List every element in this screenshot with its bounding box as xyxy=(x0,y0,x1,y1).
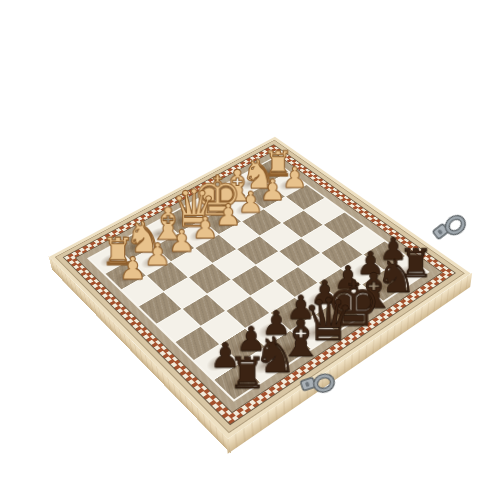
latch-clasp-icon xyxy=(428,207,471,248)
decorative-inlay-border: ♜♞♝♛♚♝♞♜♟♟♟♟♟♟♟♟♟♟♟♟♟♟♟♟♜♞♝♛♚♝♞♜ xyxy=(64,145,455,424)
board-scene: ♜♞♝♛♚♝♞♜♟♟♟♟♟♟♟♟♟♟♟♟♟♟♟♟♜♞♝♛♚♝♞♜ xyxy=(0,0,500,500)
white-pawn[interactable]: ♟ xyxy=(168,226,195,256)
white-pawn[interactable]: ♟ xyxy=(119,253,147,284)
white-pawn[interactable]: ♟ xyxy=(144,239,172,270)
frame-inner-band: ♜♞♝♛♚♝♞♜♟♟♟♟♟♟♟♟♟♟♟♟♟♟♟♟♜♞♝♛♚♝♞♜ xyxy=(76,152,441,412)
metal-latch-upper xyxy=(428,207,471,248)
chessboard-grid: ♜♞♝♛♚♝♞♜♟♟♟♟♟♟♟♟♟♟♟♟♟♟♟♟♜♞♝♛♚♝♞♜ xyxy=(90,160,427,399)
white-pawn[interactable]: ♟ xyxy=(260,176,286,205)
white-pawn[interactable]: ♟ xyxy=(192,213,219,243)
black-rook[interactable]: ♜ xyxy=(228,352,266,395)
field-border: ♜♞♝♛♚♝♞♜♟♟♟♟♟♟♟♟♟♟♟♟♟♟♟♟♜♞♝♛♚♝♞♜ xyxy=(87,158,430,402)
board-frame: ♜♞♝♛♚♝♞♜♟♟♟♟♟♟♟♟♟♟♟♟♟♟♟♟♜♞♝♛♚♝♞♜ xyxy=(49,137,470,439)
folding-chess-board: ♜♞♝♛♚♝♞♜♟♟♟♟♟♟♟♟♟♟♟♟♟♟♟♟♜♞♝♛♚♝♞♜ xyxy=(49,137,470,439)
chess-set-photo: ♜♞♝♛♚♝♞♜♟♟♟♟♟♟♟♟♟♟♟♟♟♟♟♟♜♞♝♛♚♝♞♜ xyxy=(0,0,500,500)
white-pawn[interactable]: ♟ xyxy=(215,200,242,230)
